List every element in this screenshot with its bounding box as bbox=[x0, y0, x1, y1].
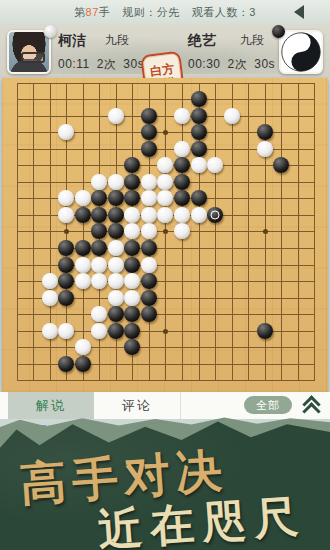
white-stone bbox=[124, 273, 140, 289]
black-stone bbox=[124, 240, 140, 256]
black-stone bbox=[124, 190, 140, 206]
grid-vline bbox=[298, 83, 299, 382]
white-stone bbox=[75, 339, 91, 355]
white-stone bbox=[141, 223, 157, 239]
go-board[interactable] bbox=[2, 78, 328, 392]
black-stone bbox=[58, 273, 74, 289]
black-stone bbox=[108, 323, 124, 339]
white-stone bbox=[58, 190, 74, 206]
black-stone bbox=[191, 91, 207, 107]
white-stone bbox=[141, 174, 157, 190]
white-stone bbox=[91, 174, 107, 190]
player-right-clock: 00:302次30s bbox=[188, 56, 282, 73]
white-stone bbox=[108, 174, 124, 190]
player-right-name: 绝艺 bbox=[188, 32, 216, 50]
black-stone bbox=[141, 306, 157, 322]
grid-vline bbox=[232, 83, 233, 382]
black-stone bbox=[108, 190, 124, 206]
hoshi-star-point bbox=[163, 130, 168, 135]
white-stone bbox=[157, 207, 173, 223]
black-stone bbox=[191, 108, 207, 124]
white-stone bbox=[75, 257, 91, 273]
black-stone bbox=[207, 207, 223, 223]
filter-all-pill[interactable]: 全部 bbox=[244, 396, 292, 414]
white-stone bbox=[108, 257, 124, 273]
black-stone bbox=[257, 323, 273, 339]
black-stone bbox=[141, 108, 157, 124]
grid-hline bbox=[17, 314, 316, 315]
collapse-left-triangle-icon[interactable] bbox=[294, 5, 304, 19]
black-stone bbox=[75, 356, 91, 372]
white-stone bbox=[108, 108, 124, 124]
grid-vline bbox=[314, 83, 315, 382]
white-stone bbox=[75, 273, 91, 289]
white-stone bbox=[108, 273, 124, 289]
white-stone bbox=[42, 290, 58, 306]
black-stone bbox=[124, 306, 140, 322]
black-stone bbox=[141, 290, 157, 306]
white-stone bbox=[42, 323, 58, 339]
grid-hline bbox=[17, 380, 316, 381]
player-left-avatar[interactable] bbox=[7, 30, 51, 74]
black-stone bbox=[124, 257, 140, 273]
white-stone bbox=[157, 190, 173, 206]
player-right-rank: 九段 bbox=[240, 32, 264, 49]
white-stone bbox=[191, 157, 207, 173]
white-stone bbox=[108, 240, 124, 256]
white-stone bbox=[207, 157, 223, 173]
grid-vline bbox=[248, 83, 249, 382]
player-left-rank: 九段 bbox=[105, 32, 129, 49]
black-stone bbox=[174, 190, 190, 206]
black-stone bbox=[257, 124, 273, 140]
black-stone bbox=[141, 141, 157, 157]
white-stone bbox=[174, 223, 190, 239]
white-stone bbox=[124, 290, 140, 306]
black-stone bbox=[58, 290, 74, 306]
grid-vline bbox=[281, 83, 282, 382]
white-stone bbox=[91, 273, 107, 289]
move-counter: 第87手 bbox=[74, 5, 110, 20]
black-stone bbox=[91, 207, 107, 223]
black-stone bbox=[91, 190, 107, 206]
player-left-clock: 00:112次30s bbox=[58, 56, 151, 73]
white-stone bbox=[191, 207, 207, 223]
black-stone bbox=[191, 124, 207, 140]
tab-commentary[interactable]: 解说 bbox=[8, 392, 94, 419]
black-stone bbox=[141, 273, 157, 289]
black-stone bbox=[58, 240, 74, 256]
white-stone bbox=[91, 323, 107, 339]
white-stone bbox=[75, 190, 91, 206]
white-stone bbox=[174, 141, 190, 157]
rules-label: 规则：分先 bbox=[122, 5, 180, 20]
player-left-name: 柯洁 bbox=[58, 32, 86, 50]
white-stone bbox=[124, 223, 140, 239]
grid-vline bbox=[215, 83, 216, 382]
yin-yang-icon bbox=[281, 32, 321, 72]
white-stone bbox=[257, 141, 273, 157]
black-stone bbox=[108, 223, 124, 239]
black-stone bbox=[141, 124, 157, 140]
black-stone bbox=[108, 306, 124, 322]
hoshi-star-point bbox=[263, 229, 268, 234]
viewers-label: 观看人数：3 bbox=[192, 5, 256, 20]
white-stone bbox=[224, 108, 240, 124]
hoshi-star-point bbox=[163, 329, 168, 334]
white-stone bbox=[141, 207, 157, 223]
players-panel: 柯洁 九段 00:112次30s 绝艺 九段 00:302次30s 白方行棋 bbox=[0, 24, 330, 78]
black-stone bbox=[174, 174, 190, 190]
black-stone-badge-icon bbox=[272, 25, 285, 38]
grid-hline bbox=[17, 347, 316, 348]
black-stone bbox=[58, 356, 74, 372]
black-stone bbox=[124, 174, 140, 190]
black-stone bbox=[108, 207, 124, 223]
white-stone bbox=[141, 257, 157, 273]
bottom-tab-bar: 解说 评论 全部 bbox=[0, 392, 330, 419]
white-stone bbox=[108, 290, 124, 306]
black-stone bbox=[141, 240, 157, 256]
white-stone bbox=[157, 157, 173, 173]
hoshi-star-point bbox=[163, 229, 168, 234]
black-stone bbox=[191, 190, 207, 206]
go-app-window: 第87手 规则：分先 观看人数：3 柯洁 九段 00:112次30s 绝艺 九段… bbox=[0, 0, 330, 550]
top-status-bar: 第87手 规则：分先 观看人数：3 bbox=[0, 0, 330, 24]
black-stone bbox=[174, 157, 190, 173]
double-chevron-up-icon[interactable] bbox=[300, 395, 322, 416]
black-stone bbox=[124, 157, 140, 173]
player-right-avatar-yinyang[interactable] bbox=[279, 30, 323, 74]
white-stone bbox=[42, 273, 58, 289]
black-stone bbox=[91, 223, 107, 239]
white-stone bbox=[174, 207, 190, 223]
black-stone bbox=[273, 157, 289, 173]
last-move-marker bbox=[211, 210, 220, 219]
hoshi-star-point bbox=[64, 229, 69, 234]
white-stone bbox=[58, 124, 74, 140]
white-stone bbox=[124, 207, 140, 223]
white-stone bbox=[174, 108, 190, 124]
black-stone bbox=[75, 207, 91, 223]
black-stone bbox=[124, 339, 140, 355]
tab-comments[interactable]: 评论 bbox=[94, 392, 181, 419]
white-stone bbox=[91, 306, 107, 322]
black-stone bbox=[58, 257, 74, 273]
white-stone bbox=[91, 257, 107, 273]
white-stone bbox=[58, 323, 74, 339]
white-stone bbox=[58, 207, 74, 223]
white-stone-badge-icon bbox=[44, 25, 57, 38]
black-stone bbox=[124, 323, 140, 339]
black-stone bbox=[75, 240, 91, 256]
white-stone bbox=[141, 190, 157, 206]
black-stone bbox=[191, 141, 207, 157]
white-stone bbox=[157, 174, 173, 190]
black-stone bbox=[91, 240, 107, 256]
